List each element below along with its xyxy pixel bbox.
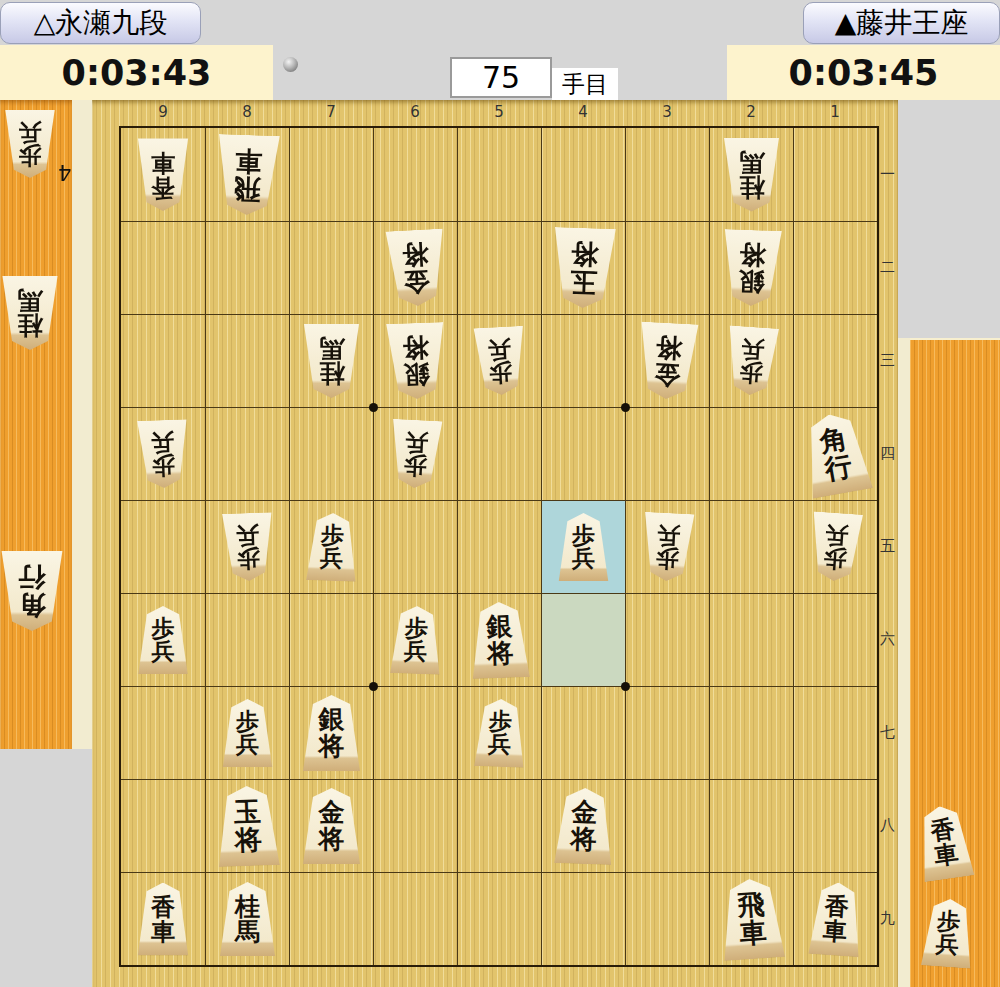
board-cell[interactable] bbox=[205, 221, 289, 314]
board-cell[interactable] bbox=[121, 779, 205, 872]
piece-kanji: 飛車 bbox=[717, 877, 786, 961]
board-cell[interactable] bbox=[457, 407, 541, 500]
shogi-piece-sente-歩兵[interactable]: 歩兵 bbox=[304, 512, 358, 582]
piece-kanji: 桂馬 bbox=[303, 324, 361, 398]
board-cell[interactable] bbox=[289, 407, 373, 500]
rank-label: 七 bbox=[877, 686, 898, 779]
shogi-piece-gote-桂馬[interactable]: 桂馬 bbox=[723, 138, 781, 212]
piece-kanji: 金将 bbox=[384, 228, 448, 307]
board-cell[interactable] bbox=[121, 686, 205, 779]
board-cell[interactable]: 銀将 bbox=[457, 593, 541, 686]
board-cell[interactable]: 銀将 bbox=[373, 314, 457, 407]
rank-label: 六 bbox=[877, 593, 898, 686]
board-cell[interactable]: 金将 bbox=[625, 314, 709, 407]
shogi-piece-sente-角行[interactable]: 角行 bbox=[797, 409, 874, 499]
board-cell[interactable]: 歩兵 bbox=[793, 500, 877, 593]
rank-label: 四 bbox=[877, 407, 898, 500]
board-cell[interactable] bbox=[709, 593, 793, 686]
board-cell[interactable] bbox=[625, 686, 709, 779]
piece-kanji: 銀将 bbox=[468, 601, 531, 679]
shogi-piece-sente-玉将[interactable]: 玉将 bbox=[214, 785, 281, 867]
piece-kanji: 飛車 bbox=[214, 133, 281, 215]
piece-kanji: 歩兵 bbox=[723, 325, 780, 396]
piece-kanji: 歩兵 bbox=[558, 513, 610, 581]
piece-kanji: 歩兵 bbox=[388, 605, 442, 675]
shogi-piece-gote-歩兵[interactable]: 歩兵 bbox=[472, 326, 527, 397]
rank-label: 三 bbox=[877, 314, 898, 407]
board-cell[interactable]: 香車 bbox=[793, 872, 877, 965]
board-cell[interactable]: 金将 bbox=[373, 221, 457, 314]
shogi-piece-gote-歩兵[interactable]: 歩兵 bbox=[388, 419, 443, 490]
board-cell[interactable] bbox=[205, 593, 289, 686]
board-cell[interactable] bbox=[625, 872, 709, 965]
shogi-piece-gote-飛車[interactable]: 飛車 bbox=[214, 133, 281, 215]
shogi-piece-gote-金将[interactable]: 金将 bbox=[636, 321, 700, 400]
shogi-piece-sente-歩兵[interactable]: 歩兵 bbox=[388, 605, 442, 675]
board-cell[interactable]: 歩兵 bbox=[457, 686, 541, 779]
board-cell[interactable]: 歩兵 bbox=[457, 314, 541, 407]
file-label: 7 bbox=[289, 103, 373, 125]
rank-label: 八 bbox=[877, 779, 898, 872]
shogi-piece-sente-歩兵[interactable]: 歩兵 bbox=[558, 513, 610, 581]
file-label: 3 bbox=[625, 103, 709, 125]
board-cell[interactable]: 歩兵 bbox=[205, 686, 289, 779]
board-cell[interactable]: 桂馬 bbox=[709, 128, 793, 221]
board-cell[interactable] bbox=[457, 128, 541, 221]
hoshi-dot bbox=[621, 682, 630, 691]
board-cell[interactable] bbox=[541, 314, 625, 407]
board-cell[interactable] bbox=[793, 314, 877, 407]
board-cell[interactable] bbox=[373, 872, 457, 965]
board-cell[interactable]: 金将 bbox=[289, 779, 373, 872]
board-cell[interactable] bbox=[289, 872, 373, 965]
board-cell[interactable] bbox=[625, 128, 709, 221]
piece-kanji: 銀将 bbox=[302, 695, 362, 771]
board-cell[interactable] bbox=[457, 779, 541, 872]
shogi-piece-sente-銀将[interactable]: 銀将 bbox=[302, 695, 362, 771]
piece-kanji: 歩兵 bbox=[807, 511, 864, 582]
board-cell[interactable] bbox=[289, 128, 373, 221]
shogi-piece-sente-金将[interactable]: 金将 bbox=[552, 787, 615, 865]
tray-separator-left bbox=[72, 100, 92, 749]
board-cell[interactable]: 歩兵 bbox=[625, 500, 709, 593]
board-cell[interactable] bbox=[205, 407, 289, 500]
board-cell[interactable]: 香車 bbox=[121, 128, 205, 221]
clock-gote: 0:03:43 bbox=[0, 45, 273, 100]
shogi-piece-gote-歩兵[interactable]: 歩兵 bbox=[136, 419, 190, 489]
board-cell[interactable]: 玉将 bbox=[205, 779, 289, 872]
board-cell[interactable]: 歩兵 bbox=[541, 500, 625, 593]
piece-kanji: 桂馬 bbox=[723, 138, 781, 212]
shogi-piece-sente-銀将[interactable]: 銀将 bbox=[468, 601, 531, 679]
piece-kanji: 桂馬 bbox=[1, 276, 59, 350]
piece-kanji: 歩兵 bbox=[220, 512, 274, 582]
board-cell[interactable] bbox=[793, 221, 877, 314]
player-plate-gote: △永瀬九段 bbox=[0, 2, 201, 44]
board-cell[interactable] bbox=[121, 500, 205, 593]
clock-sente-time: 0:03:45 bbox=[789, 53, 939, 93]
piece-kanji: 歩兵 bbox=[472, 326, 527, 397]
captured-tray-gote bbox=[0, 100, 72, 749]
hand-piece-gote-歩兵[interactable]: 歩兵 bbox=[4, 110, 56, 178]
board-cell[interactable] bbox=[289, 593, 373, 686]
board-cell[interactable]: 歩兵 bbox=[121, 593, 205, 686]
piece-kanji: 香車 bbox=[913, 803, 976, 883]
rank-label: 九 bbox=[877, 872, 898, 965]
file-label: 8 bbox=[205, 103, 289, 125]
piece-kanji: 歩兵 bbox=[304, 512, 358, 582]
piece-kanji: 香車 bbox=[807, 881, 865, 958]
board-cell[interactable] bbox=[373, 128, 457, 221]
board-cell[interactable] bbox=[205, 314, 289, 407]
piece-kanji: 桂馬 bbox=[219, 882, 277, 956]
board-cell[interactable] bbox=[289, 221, 373, 314]
shogi-broadcast-app: △永瀬九段 ▲藤井王座 0:03:43 0:03:45 75 手目 987654… bbox=[0, 0, 1000, 987]
hand-piece-sente-香車[interactable]: 香車 bbox=[913, 803, 976, 883]
board-cell[interactable]: 金将 bbox=[541, 779, 625, 872]
piece-kanji: 金将 bbox=[636, 321, 700, 400]
move-number-input[interactable]: 75 bbox=[450, 57, 552, 98]
piece-kanji: 歩兵 bbox=[222, 699, 274, 767]
shogi-piece-gote-香車[interactable]: 香車 bbox=[137, 138, 190, 211]
file-labels: 987654321 bbox=[121, 103, 877, 125]
board-cell[interactable] bbox=[709, 686, 793, 779]
file-label: 6 bbox=[373, 103, 457, 125]
board-cell[interactable]: 銀将 bbox=[709, 221, 793, 314]
board-cell[interactable]: 歩兵 bbox=[373, 407, 457, 500]
hoshi-dot bbox=[369, 403, 378, 412]
board-cell[interactable]: 歩兵 bbox=[121, 407, 205, 500]
piece-kanji: 角行 bbox=[0, 551, 64, 631]
piece-kanji: 香車 bbox=[137, 138, 190, 211]
piece-kanji: 歩兵 bbox=[136, 419, 190, 489]
clock-gote-time: 0:03:43 bbox=[62, 53, 212, 93]
piece-kanji: 歩兵 bbox=[472, 698, 526, 768]
piece-kanji: 銀将 bbox=[720, 229, 783, 307]
piece-kanji: 香車 bbox=[137, 883, 190, 956]
piece-kanji: 玉将 bbox=[214, 785, 281, 867]
board-cell[interactable]: 桂馬 bbox=[289, 314, 373, 407]
board-cell[interactable] bbox=[373, 500, 457, 593]
shogi-piece-sente-香車[interactable]: 香車 bbox=[807, 881, 865, 958]
piece-kanji: 玉将 bbox=[550, 227, 617, 309]
board-cell[interactable] bbox=[457, 872, 541, 965]
board-cell[interactable] bbox=[121, 314, 205, 407]
hand-piece-sente-歩兵[interactable]: 歩兵 bbox=[920, 897, 977, 968]
board-cell[interactable] bbox=[709, 779, 793, 872]
shogi-piece-sente-金将[interactable]: 金将 bbox=[302, 788, 362, 864]
shogi-piece-gote-玉将[interactable]: 玉将 bbox=[550, 227, 617, 309]
board-cell[interactable]: 歩兵 bbox=[205, 500, 289, 593]
board-cell[interactable] bbox=[709, 407, 793, 500]
shogi-board-grid: 香車飛車桂馬金将玉将銀将桂馬銀将歩兵金将歩兵歩兵歩兵角行歩兵歩兵歩兵歩兵歩兵歩兵… bbox=[119, 126, 879, 967]
piece-kanji: 金将 bbox=[302, 788, 362, 864]
board-cell[interactable] bbox=[709, 500, 793, 593]
board-cell[interactable] bbox=[541, 686, 625, 779]
captured-tray-sente bbox=[910, 338, 1000, 987]
board-cell[interactable]: 銀将 bbox=[289, 686, 373, 779]
file-label: 4 bbox=[541, 103, 625, 125]
tray-separator-right bbox=[898, 338, 910, 987]
rank-label: 一 bbox=[877, 128, 898, 221]
board-cell[interactable]: 角行 bbox=[793, 407, 877, 500]
board-cell[interactable] bbox=[793, 128, 877, 221]
board-cell[interactable] bbox=[793, 686, 877, 779]
piece-kanji: 銀将 bbox=[384, 322, 447, 400]
board-cell[interactable]: 香車 bbox=[121, 872, 205, 965]
board-cell[interactable]: 歩兵 bbox=[289, 500, 373, 593]
hoshi-dot bbox=[369, 682, 378, 691]
board-cell[interactable] bbox=[541, 407, 625, 500]
player-name-sente: ▲藤井王座 bbox=[835, 4, 969, 42]
shogi-piece-gote-歩兵[interactable]: 歩兵 bbox=[640, 512, 695, 583]
shogi-piece-gote-桂馬[interactable]: 桂馬 bbox=[303, 324, 361, 398]
rank-label: 五 bbox=[877, 500, 898, 593]
board-cell[interactable] bbox=[541, 593, 625, 686]
board-cell[interactable] bbox=[373, 686, 457, 779]
shogi-piece-gote-歩兵[interactable]: 歩兵 bbox=[807, 511, 864, 582]
shogi-piece-sente-歩兵[interactable]: 歩兵 bbox=[137, 606, 189, 674]
shogi-piece-gote-歩兵[interactable]: 歩兵 bbox=[723, 325, 780, 396]
board-cell[interactable] bbox=[373, 779, 457, 872]
shogi-piece-sente-飛車[interactable]: 飛車 bbox=[717, 877, 786, 961]
shogi-piece-gote-銀将[interactable]: 銀将 bbox=[384, 322, 447, 400]
piece-kanji: 歩兵 bbox=[640, 512, 695, 583]
board-cell[interactable]: 飛車 bbox=[205, 128, 289, 221]
board-cell[interactable]: 歩兵 bbox=[373, 593, 457, 686]
shogi-piece-gote-金将[interactable]: 金将 bbox=[384, 228, 448, 307]
shogi-piece-gote-銀将[interactable]: 銀将 bbox=[720, 229, 783, 307]
piece-kanji: 金将 bbox=[552, 787, 615, 865]
board-cell[interactable] bbox=[625, 593, 709, 686]
piece-kanji: 歩兵 bbox=[4, 110, 56, 178]
piece-kanji: 歩兵 bbox=[388, 419, 443, 490]
shogi-piece-sente-香車[interactable]: 香車 bbox=[137, 883, 190, 956]
hand-piece-count: 4 bbox=[58, 160, 71, 184]
file-label: 2 bbox=[709, 103, 793, 125]
clock-sente: 0:03:45 bbox=[727, 45, 1000, 100]
board-cell[interactable] bbox=[541, 872, 625, 965]
shogi-piece-sente-桂馬[interactable]: 桂馬 bbox=[219, 882, 277, 956]
move-number-value: 75 bbox=[482, 60, 520, 95]
hoshi-dot bbox=[621, 403, 630, 412]
piece-kanji: 角行 bbox=[797, 409, 874, 499]
piece-kanji: 歩兵 bbox=[920, 897, 977, 968]
player-plate-sente: ▲藤井王座 bbox=[803, 2, 1000, 44]
board-cell[interactable] bbox=[625, 407, 709, 500]
shogi-piece-sente-歩兵[interactable]: 歩兵 bbox=[472, 698, 526, 768]
file-label: 9 bbox=[121, 103, 205, 125]
board-cell[interactable] bbox=[121, 221, 205, 314]
hand-piece-gote-角行[interactable]: 角行 bbox=[0, 551, 64, 631]
file-label: 1 bbox=[793, 103, 877, 125]
board-cell[interactable] bbox=[541, 128, 625, 221]
board-cell[interactable]: 歩兵 bbox=[709, 314, 793, 407]
board-cell[interactable] bbox=[793, 593, 877, 686]
board-cell[interactable] bbox=[793, 779, 877, 872]
rank-label: 二 bbox=[877, 221, 898, 314]
hand-piece-gote-桂馬[interactable]: 桂馬 bbox=[1, 276, 59, 350]
board-cell[interactable]: 玉将 bbox=[541, 221, 625, 314]
shogi-piece-sente-歩兵[interactable]: 歩兵 bbox=[222, 699, 274, 767]
board-cell[interactable] bbox=[625, 779, 709, 872]
shogi-piece-gote-歩兵[interactable]: 歩兵 bbox=[220, 512, 274, 582]
status-orb-icon bbox=[283, 57, 298, 72]
board-cell[interactable]: 飛車 bbox=[709, 872, 793, 965]
file-label: 5 bbox=[457, 103, 541, 125]
rank-labels: 一二三四五六七八九 bbox=[877, 128, 898, 965]
board-cell[interactable] bbox=[625, 221, 709, 314]
piece-kanji: 歩兵 bbox=[137, 606, 189, 674]
move-suffix-label: 手目 bbox=[552, 68, 618, 100]
board-cell[interactable] bbox=[457, 500, 541, 593]
player-name-gote: △永瀬九段 bbox=[34, 4, 168, 42]
board-cell[interactable] bbox=[457, 221, 541, 314]
board-cell[interactable]: 桂馬 bbox=[205, 872, 289, 965]
